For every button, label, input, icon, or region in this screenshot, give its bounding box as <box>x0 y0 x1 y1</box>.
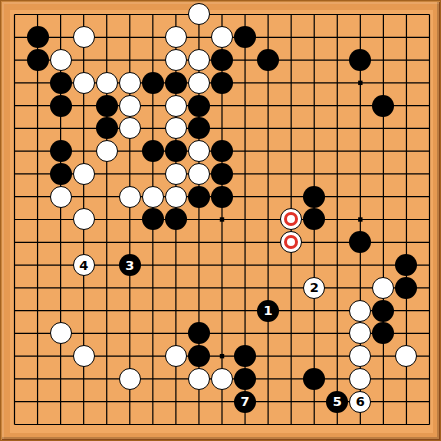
intersection[interactable] <box>280 71 303 94</box>
intersection[interactable] <box>257 208 280 231</box>
intersection[interactable] <box>234 254 257 277</box>
intersection[interactable] <box>395 345 418 368</box>
intersection[interactable] <box>395 299 418 322</box>
intersection[interactable] <box>49 94 72 117</box>
intersection[interactable] <box>164 231 187 254</box>
intersection[interactable] <box>372 140 395 163</box>
intersection[interactable] <box>280 26 303 49</box>
intersection[interactable] <box>349 322 372 345</box>
intersection[interactable] <box>118 231 141 254</box>
intersection[interactable] <box>95 26 118 49</box>
intersection[interactable] <box>141 208 164 231</box>
intersection[interactable] <box>164 322 187 345</box>
intersection[interactable] <box>72 208 95 231</box>
intersection[interactable] <box>418 26 441 49</box>
intersection[interactable] <box>326 322 349 345</box>
intersection[interactable] <box>303 345 326 368</box>
intersection[interactable] <box>257 3 280 26</box>
intersection[interactable] <box>372 117 395 140</box>
intersection[interactable] <box>49 49 72 72</box>
intersection[interactable] <box>95 276 118 299</box>
intersection[interactable] <box>349 71 372 94</box>
intersection[interactable] <box>3 163 26 186</box>
intersection[interactable] <box>118 208 141 231</box>
intersection[interactable] <box>418 231 441 254</box>
intersection[interactable] <box>141 185 164 208</box>
intersection[interactable] <box>164 345 187 368</box>
intersection[interactable] <box>280 276 303 299</box>
intersection[interactable] <box>141 254 164 277</box>
intersection[interactable] <box>26 3 49 26</box>
intersection[interactable] <box>187 71 210 94</box>
intersection[interactable] <box>187 140 210 163</box>
intersection[interactable] <box>349 140 372 163</box>
intersection[interactable] <box>372 299 395 322</box>
intersection[interactable] <box>372 3 395 26</box>
intersection[interactable] <box>326 413 349 436</box>
intersection[interactable] <box>141 163 164 186</box>
intersection[interactable] <box>164 185 187 208</box>
intersection[interactable] <box>395 231 418 254</box>
intersection[interactable] <box>49 254 72 277</box>
intersection[interactable] <box>72 3 95 26</box>
intersection[interactable] <box>257 254 280 277</box>
intersection[interactable] <box>95 299 118 322</box>
intersection[interactable] <box>234 299 257 322</box>
intersection[interactable] <box>210 94 233 117</box>
intersection[interactable] <box>49 368 72 391</box>
intersection[interactable] <box>3 71 26 94</box>
intersection[interactable] <box>118 345 141 368</box>
intersection[interactable] <box>187 49 210 72</box>
intersection[interactable] <box>395 185 418 208</box>
intersection[interactable] <box>372 368 395 391</box>
intersection[interactable] <box>280 254 303 277</box>
intersection[interactable] <box>210 26 233 49</box>
intersection[interactable] <box>372 345 395 368</box>
intersection[interactable] <box>395 413 418 436</box>
intersection[interactable] <box>210 163 233 186</box>
intersection[interactable] <box>26 299 49 322</box>
intersection[interactable] <box>3 345 26 368</box>
intersection[interactable] <box>303 3 326 26</box>
intersection[interactable] <box>187 117 210 140</box>
intersection[interactable] <box>349 276 372 299</box>
intersection[interactable] <box>418 254 441 277</box>
intersection[interactable] <box>141 322 164 345</box>
intersection[interactable] <box>187 322 210 345</box>
intersection[interactable] <box>280 117 303 140</box>
intersection[interactable] <box>164 117 187 140</box>
intersection[interactable] <box>349 94 372 117</box>
intersection[interactable] <box>187 163 210 186</box>
intersection[interactable] <box>372 413 395 436</box>
intersection[interactable] <box>26 49 49 72</box>
intersection[interactable] <box>95 345 118 368</box>
intersection[interactable] <box>26 322 49 345</box>
intersection[interactable] <box>95 390 118 413</box>
intersection[interactable] <box>72 26 95 49</box>
intersection[interactable] <box>95 208 118 231</box>
intersection[interactable] <box>303 185 326 208</box>
intersection[interactable] <box>326 299 349 322</box>
intersection[interactable] <box>303 49 326 72</box>
intersection[interactable] <box>372 94 395 117</box>
intersection[interactable] <box>72 117 95 140</box>
intersection[interactable] <box>257 26 280 49</box>
intersection[interactable] <box>349 231 372 254</box>
intersection[interactable] <box>3 413 26 436</box>
intersection[interactable] <box>95 254 118 277</box>
intersection[interactable] <box>395 322 418 345</box>
intersection[interactable] <box>418 299 441 322</box>
intersection[interactable] <box>210 231 233 254</box>
intersection[interactable] <box>49 322 72 345</box>
intersection[interactable] <box>3 117 26 140</box>
intersection[interactable] <box>372 49 395 72</box>
intersection[interactable] <box>418 390 441 413</box>
intersection[interactable] <box>164 390 187 413</box>
intersection[interactable] <box>118 3 141 26</box>
intersection[interactable] <box>234 49 257 72</box>
intersection[interactable] <box>234 140 257 163</box>
intersection[interactable] <box>303 26 326 49</box>
intersection[interactable] <box>141 390 164 413</box>
intersection[interactable] <box>141 413 164 436</box>
intersection[interactable] <box>280 3 303 26</box>
intersection[interactable] <box>349 163 372 186</box>
intersection[interactable] <box>349 368 372 391</box>
intersection[interactable] <box>303 413 326 436</box>
intersection[interactable] <box>234 208 257 231</box>
intersection[interactable] <box>395 71 418 94</box>
intersection[interactable] <box>26 185 49 208</box>
intersection[interactable] <box>326 231 349 254</box>
intersection[interactable] <box>303 163 326 186</box>
intersection[interactable]: 2 <box>303 276 326 299</box>
intersection[interactable] <box>257 345 280 368</box>
intersection[interactable] <box>234 26 257 49</box>
intersection[interactable] <box>234 117 257 140</box>
intersection[interactable] <box>26 390 49 413</box>
intersection[interactable] <box>349 26 372 49</box>
intersection[interactable] <box>164 71 187 94</box>
intersection[interactable] <box>141 345 164 368</box>
intersection[interactable] <box>164 163 187 186</box>
intersection[interactable] <box>118 49 141 72</box>
intersection[interactable] <box>303 71 326 94</box>
intersection[interactable] <box>210 185 233 208</box>
intersection[interactable] <box>280 185 303 208</box>
intersection[interactable] <box>210 276 233 299</box>
intersection[interactable] <box>395 163 418 186</box>
intersection[interactable] <box>395 94 418 117</box>
intersection[interactable] <box>187 368 210 391</box>
intersection[interactable] <box>349 208 372 231</box>
intersection[interactable] <box>95 322 118 345</box>
intersection[interactable] <box>26 94 49 117</box>
intersection[interactable] <box>118 140 141 163</box>
intersection[interactable] <box>95 413 118 436</box>
intersection[interactable] <box>418 140 441 163</box>
intersection[interactable] <box>49 231 72 254</box>
intersection[interactable] <box>210 71 233 94</box>
intersection[interactable] <box>372 322 395 345</box>
intersection[interactable] <box>3 26 26 49</box>
intersection[interactable] <box>118 163 141 186</box>
intersection[interactable] <box>210 345 233 368</box>
intersection[interactable] <box>49 299 72 322</box>
intersection[interactable] <box>280 140 303 163</box>
intersection[interactable] <box>395 276 418 299</box>
intersection[interactable] <box>303 254 326 277</box>
intersection[interactable] <box>95 49 118 72</box>
intersection[interactable] <box>418 49 441 72</box>
intersection[interactable] <box>3 231 26 254</box>
intersection[interactable] <box>118 94 141 117</box>
intersection[interactable] <box>280 299 303 322</box>
intersection[interactable] <box>118 299 141 322</box>
intersection[interactable] <box>349 49 372 72</box>
intersection[interactable] <box>303 94 326 117</box>
intersection[interactable] <box>118 413 141 436</box>
intersection[interactable] <box>395 390 418 413</box>
intersection[interactable] <box>26 117 49 140</box>
intersection[interactable] <box>372 254 395 277</box>
intersection[interactable]: 1 <box>257 299 280 322</box>
intersection[interactable] <box>280 368 303 391</box>
intersection[interactable] <box>187 254 210 277</box>
intersection[interactable] <box>3 185 26 208</box>
intersection[interactable] <box>303 208 326 231</box>
intersection[interactable] <box>210 322 233 345</box>
intersection[interactable] <box>257 117 280 140</box>
intersection[interactable] <box>372 208 395 231</box>
intersection[interactable] <box>257 322 280 345</box>
intersection[interactable] <box>95 185 118 208</box>
intersection[interactable] <box>141 231 164 254</box>
intersection[interactable] <box>164 26 187 49</box>
intersection[interactable] <box>303 117 326 140</box>
intersection[interactable] <box>418 163 441 186</box>
intersection[interactable] <box>326 254 349 277</box>
intersection[interactable] <box>118 26 141 49</box>
intersection[interactable] <box>72 322 95 345</box>
intersection[interactable] <box>326 163 349 186</box>
intersection[interactable] <box>26 231 49 254</box>
intersection[interactable] <box>418 3 441 26</box>
intersection[interactable] <box>141 94 164 117</box>
intersection[interactable] <box>95 3 118 26</box>
intersection[interactable] <box>187 26 210 49</box>
intersection[interactable] <box>187 390 210 413</box>
intersection[interactable] <box>164 94 187 117</box>
intersection[interactable] <box>26 163 49 186</box>
intersection[interactable] <box>349 3 372 26</box>
intersection[interactable] <box>326 26 349 49</box>
intersection[interactable] <box>257 231 280 254</box>
intersection[interactable] <box>349 254 372 277</box>
intersection[interactable] <box>372 276 395 299</box>
intersection[interactable] <box>418 71 441 94</box>
intersection[interactable] <box>72 94 95 117</box>
intersection[interactable] <box>234 322 257 345</box>
intersection[interactable] <box>3 140 26 163</box>
intersection[interactable] <box>257 368 280 391</box>
intersection[interactable] <box>141 26 164 49</box>
intersection[interactable] <box>164 299 187 322</box>
intersection[interactable] <box>26 71 49 94</box>
intersection[interactable] <box>257 71 280 94</box>
intersection[interactable] <box>141 299 164 322</box>
intersection[interactable] <box>418 94 441 117</box>
intersection[interactable] <box>210 3 233 26</box>
intersection[interactable] <box>418 185 441 208</box>
intersection[interactable] <box>187 345 210 368</box>
intersection[interactable] <box>418 322 441 345</box>
intersection[interactable] <box>418 413 441 436</box>
intersection[interactable] <box>210 299 233 322</box>
intersection[interactable] <box>257 413 280 436</box>
intersection[interactable] <box>210 49 233 72</box>
intersection[interactable] <box>418 345 441 368</box>
intersection[interactable] <box>257 390 280 413</box>
intersection[interactable] <box>49 390 72 413</box>
intersection[interactable] <box>303 322 326 345</box>
intersection[interactable] <box>326 140 349 163</box>
intersection[interactable] <box>187 185 210 208</box>
intersection[interactable] <box>210 208 233 231</box>
intersection[interactable] <box>72 140 95 163</box>
intersection[interactable] <box>26 413 49 436</box>
intersection[interactable] <box>187 299 210 322</box>
intersection[interactable] <box>210 254 233 277</box>
intersection[interactable] <box>187 3 210 26</box>
intersection[interactable] <box>95 140 118 163</box>
intersection[interactable] <box>3 299 26 322</box>
intersection[interactable] <box>280 322 303 345</box>
intersection[interactable] <box>303 231 326 254</box>
intersection[interactable] <box>395 368 418 391</box>
intersection[interactable] <box>118 368 141 391</box>
intersection[interactable] <box>118 117 141 140</box>
intersection[interactable] <box>303 299 326 322</box>
intersection[interactable] <box>349 185 372 208</box>
intersection[interactable] <box>49 117 72 140</box>
intersection[interactable] <box>49 163 72 186</box>
intersection[interactable] <box>187 231 210 254</box>
intersection[interactable] <box>349 413 372 436</box>
intersection[interactable] <box>26 208 49 231</box>
intersection[interactable] <box>3 208 26 231</box>
intersection[interactable] <box>118 276 141 299</box>
intersection[interactable] <box>72 231 95 254</box>
intersection[interactable] <box>372 231 395 254</box>
intersection[interactable] <box>395 140 418 163</box>
intersection[interactable] <box>326 345 349 368</box>
intersection[interactable] <box>395 49 418 72</box>
intersection[interactable] <box>118 390 141 413</box>
intersection[interactable] <box>326 3 349 26</box>
intersection[interactable] <box>49 26 72 49</box>
intersection[interactable] <box>26 26 49 49</box>
intersection[interactable] <box>257 140 280 163</box>
intersection[interactable] <box>3 276 26 299</box>
intersection[interactable] <box>326 49 349 72</box>
intersection[interactable] <box>26 276 49 299</box>
intersection[interactable] <box>280 345 303 368</box>
intersection[interactable] <box>257 49 280 72</box>
intersection[interactable] <box>164 254 187 277</box>
intersection[interactable] <box>141 140 164 163</box>
intersection[interactable] <box>234 71 257 94</box>
intersection[interactable]: 7 <box>234 390 257 413</box>
intersection[interactable] <box>349 117 372 140</box>
intersection[interactable] <box>95 163 118 186</box>
intersection[interactable] <box>187 276 210 299</box>
intersection[interactable] <box>372 185 395 208</box>
intersection[interactable] <box>141 49 164 72</box>
intersection[interactable] <box>187 94 210 117</box>
intersection[interactable] <box>3 3 26 26</box>
intersection[interactable]: 6 <box>349 390 372 413</box>
intersection[interactable] <box>234 163 257 186</box>
intersection[interactable] <box>210 390 233 413</box>
intersection[interactable] <box>49 208 72 231</box>
intersection[interactable] <box>95 94 118 117</box>
intersection[interactable] <box>303 140 326 163</box>
intersection[interactable] <box>49 413 72 436</box>
intersection[interactable] <box>280 390 303 413</box>
intersection[interactable] <box>95 231 118 254</box>
intersection[interactable] <box>164 208 187 231</box>
intersection[interactable] <box>395 117 418 140</box>
intersection[interactable] <box>395 26 418 49</box>
intersection[interactable] <box>95 368 118 391</box>
intersection[interactable] <box>164 276 187 299</box>
intersection[interactable] <box>372 71 395 94</box>
intersection[interactable] <box>72 71 95 94</box>
intersection[interactable] <box>72 163 95 186</box>
intersection[interactable] <box>49 345 72 368</box>
intersection[interactable] <box>418 368 441 391</box>
intersection[interactable] <box>141 3 164 26</box>
intersection[interactable] <box>372 163 395 186</box>
intersection[interactable] <box>418 276 441 299</box>
intersection[interactable] <box>234 231 257 254</box>
intersection[interactable] <box>257 163 280 186</box>
intersection[interactable]: 5 <box>326 390 349 413</box>
intersection[interactable] <box>326 94 349 117</box>
intersection[interactable] <box>372 390 395 413</box>
intersection[interactable] <box>164 140 187 163</box>
intersection[interactable] <box>372 26 395 49</box>
intersection[interactable] <box>141 117 164 140</box>
intersection[interactable] <box>326 117 349 140</box>
intersection[interactable] <box>118 322 141 345</box>
intersection[interactable] <box>326 368 349 391</box>
intersection[interactable] <box>164 368 187 391</box>
intersection[interactable]: 4 <box>72 254 95 277</box>
intersection[interactable] <box>72 185 95 208</box>
intersection[interactable] <box>164 49 187 72</box>
intersection[interactable] <box>234 3 257 26</box>
intersection[interactable] <box>3 390 26 413</box>
intersection[interactable] <box>234 185 257 208</box>
intersection[interactable] <box>3 368 26 391</box>
intersection[interactable] <box>326 276 349 299</box>
intersection[interactable] <box>72 390 95 413</box>
